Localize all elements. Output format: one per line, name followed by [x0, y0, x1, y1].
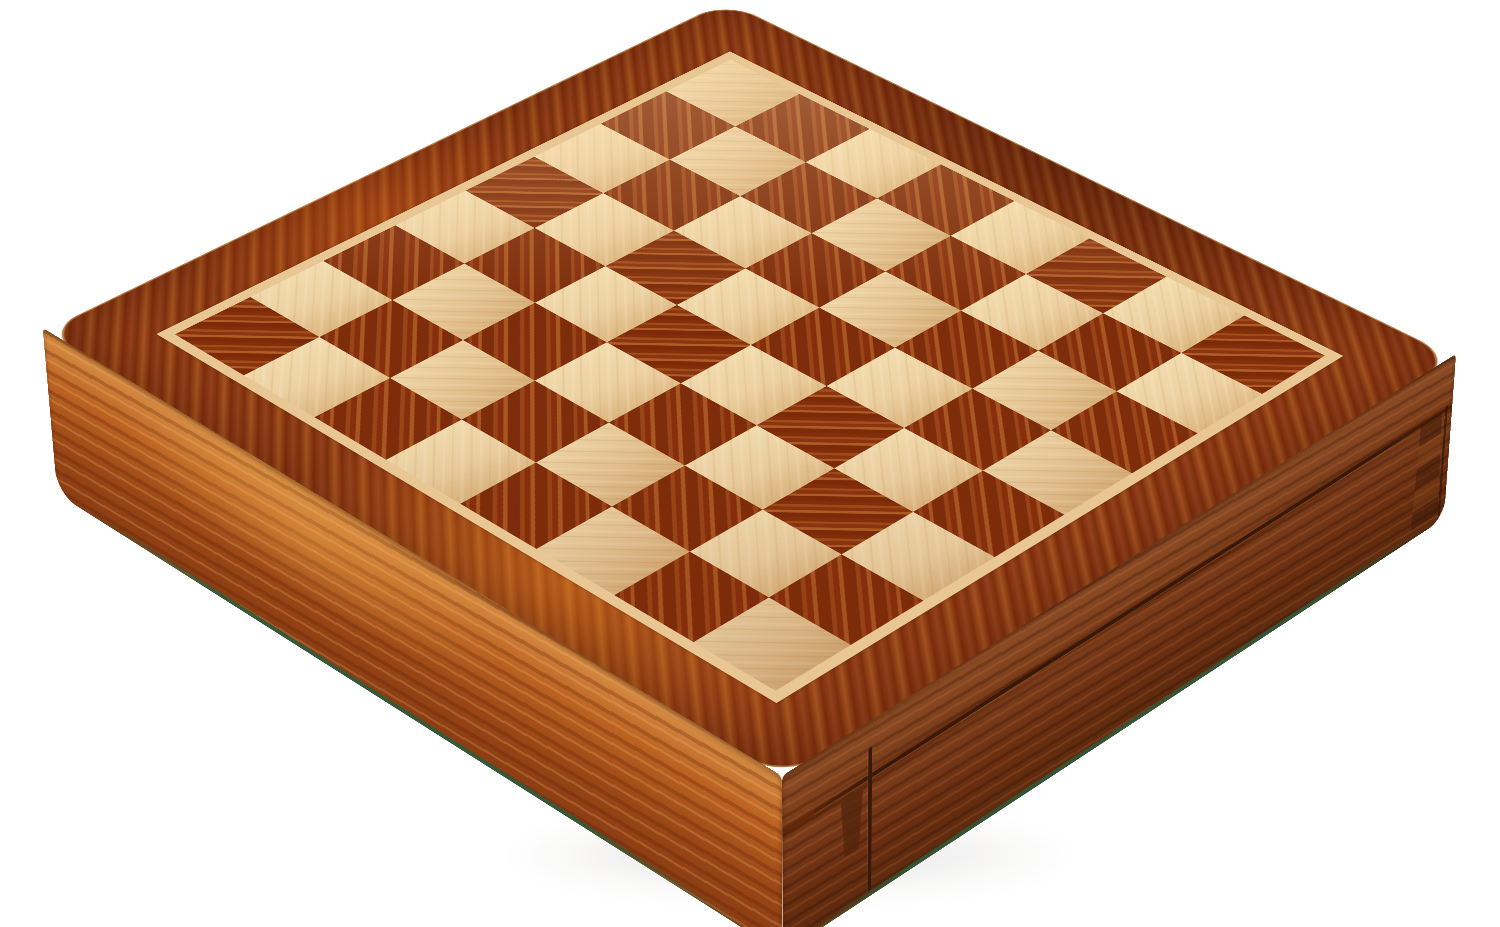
square-r3c6-dark — [904, 389, 1051, 471]
board-frame — [43, 1, 1456, 780]
square-r7c3-light — [386, 420, 535, 504]
square-r4c4-light — [681, 345, 827, 425]
square-r7c6-dark — [614, 552, 769, 643]
square-r3c7-light — [983, 430, 1132, 514]
square-r7c1-light — [244, 337, 390, 417]
square-r1c7-light — [1117, 353, 1262, 433]
drawer-front-seam — [867, 746, 872, 892]
square-r6c6-light — [689, 509, 842, 597]
square-r3c5-light — [826, 348, 971, 428]
square-r6c7-dark — [769, 554, 924, 645]
square-r6c5-dark — [612, 465, 763, 551]
square-r6c4-light — [536, 422, 685, 506]
square-r2c7-dark — [1051, 391, 1198, 473]
square-r4c6-light — [834, 428, 983, 512]
square-r7c4-dark — [460, 463, 611, 549]
square-r2c6-light — [972, 350, 1117, 430]
square-r5c7-light — [842, 512, 995, 600]
dovetail-joint-near — [841, 789, 863, 860]
perspective-scene — [0, 0, 1500, 927]
square-r5c6-dark — [763, 468, 914, 554]
square-r4c7-dark — [914, 471, 1065, 557]
square-r5c5-light — [685, 425, 834, 509]
square-r7c5-light — [536, 506, 689, 594]
square-r5c4-dark — [609, 383, 756, 465]
chessboard-box — [43, 1, 1456, 780]
square-r5c3-light — [535, 342, 681, 422]
product-photo-scene — [0, 0, 1500, 927]
camera-tilt — [0, 0, 1500, 927]
square-r7c2-dark — [314, 378, 462, 460]
square-r7c7-light — [694, 598, 851, 691]
square-r6c3-dark — [462, 381, 609, 463]
square-r6c2-light — [390, 340, 536, 420]
square-r4c5-dark — [757, 386, 904, 468]
